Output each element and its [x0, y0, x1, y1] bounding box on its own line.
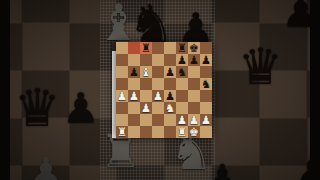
- piece-white-rook-f1[interactable]: ♜: [176, 126, 188, 138]
- video-frame: ♝♞♟♟♛♛♟♜♞♟♟♟ ♜♜♚♟♟♟♟♝♟♞♞♟♟♟♟♟♞♟♟♟♜♜♚: [0, 0, 320, 180]
- square-c8[interactable]: ♜: [140, 42, 152, 54]
- square-d2[interactable]: [152, 114, 164, 126]
- square-f4[interactable]: [176, 90, 188, 102]
- square-h5[interactable]: ♞: [200, 78, 212, 90]
- piece-black-pawn-b6[interactable]: ♟: [128, 66, 140, 78]
- letterbox-bar-right: [310, 0, 320, 180]
- square-e6[interactable]: ♟: [164, 66, 176, 78]
- square-e2[interactable]: [164, 114, 176, 126]
- piece-black-knight-f6[interactable]: ♞: [176, 66, 188, 78]
- square-h4[interactable]: [200, 90, 212, 102]
- square-b4[interactable]: ♟: [128, 90, 140, 102]
- square-d6[interactable]: [152, 66, 164, 78]
- piece-black-pawn-g7[interactable]: ♟: [188, 54, 200, 66]
- square-b2[interactable]: [128, 114, 140, 126]
- square-b3[interactable]: [128, 102, 140, 114]
- square-b6[interactable]: ♟: [128, 66, 140, 78]
- square-f6[interactable]: ♞: [176, 66, 188, 78]
- square-b8[interactable]: [128, 42, 140, 54]
- piece-white-pawn-h2[interactable]: ♟: [200, 114, 212, 126]
- square-a3[interactable]: [116, 102, 128, 114]
- square-g7[interactable]: ♟: [188, 54, 200, 66]
- square-h1[interactable]: [200, 126, 212, 138]
- square-d4[interactable]: ♟: [152, 90, 164, 102]
- square-g5[interactable]: [188, 78, 200, 90]
- square-e8[interactable]: [164, 42, 176, 54]
- piece-white-rook-a1[interactable]: ♜: [116, 126, 128, 138]
- piece-white-bishop-c6[interactable]: ♝: [140, 66, 152, 78]
- square-c1[interactable]: [140, 126, 152, 138]
- square-d3[interactable]: [152, 102, 164, 114]
- piece-black-pawn-h7[interactable]: ♟: [200, 54, 212, 66]
- square-a4[interactable]: ♟: [116, 90, 128, 102]
- piece-white-pawn-c3[interactable]: ♟: [140, 102, 152, 114]
- square-c6[interactable]: ♝: [140, 66, 152, 78]
- square-c2[interactable]: [140, 114, 152, 126]
- chess-board[interactable]: ♜♜♚♟♟♟♟♝♟♞♞♟♟♟♟♟♞♟♟♟♜♜♚: [116, 42, 212, 138]
- square-c5[interactable]: [140, 78, 152, 90]
- square-g6[interactable]: [188, 66, 200, 78]
- piece-black-rook-c8[interactable]: ♜: [140, 42, 152, 54]
- square-a6[interactable]: [116, 66, 128, 78]
- square-h7[interactable]: ♟: [200, 54, 212, 66]
- square-g1[interactable]: ♚: [188, 126, 200, 138]
- square-a1[interactable]: ♜: [116, 126, 128, 138]
- square-h2[interactable]: ♟: [200, 114, 212, 126]
- square-d8[interactable]: [152, 42, 164, 54]
- square-g4[interactable]: [188, 90, 200, 102]
- square-d1[interactable]: [152, 126, 164, 138]
- square-a7[interactable]: [116, 54, 128, 66]
- square-d7[interactable]: [152, 54, 164, 66]
- last-move-highlight-b8: [128, 42, 140, 54]
- square-b1[interactable]: [128, 126, 140, 138]
- square-a8[interactable]: [116, 42, 128, 54]
- piece-white-pawn-b4[interactable]: ♟: [128, 90, 140, 102]
- piece-white-pawn-d4[interactable]: ♟: [152, 90, 164, 102]
- piece-black-knight-h5[interactable]: ♞: [200, 78, 212, 90]
- piece-white-knight-e3[interactable]: ♞: [164, 102, 176, 114]
- square-f5[interactable]: [176, 78, 188, 90]
- piece-black-pawn-e6[interactable]: ♟: [164, 66, 176, 78]
- piece-white-king-g1[interactable]: ♚: [188, 126, 200, 138]
- square-c3[interactable]: ♟: [140, 102, 152, 114]
- square-e3[interactable]: ♞: [164, 102, 176, 114]
- square-e1[interactable]: [164, 126, 176, 138]
- letterbox-bar-left: [0, 0, 10, 180]
- square-f1[interactable]: ♜: [176, 126, 188, 138]
- piece-white-pawn-a4[interactable]: ♟: [116, 90, 128, 102]
